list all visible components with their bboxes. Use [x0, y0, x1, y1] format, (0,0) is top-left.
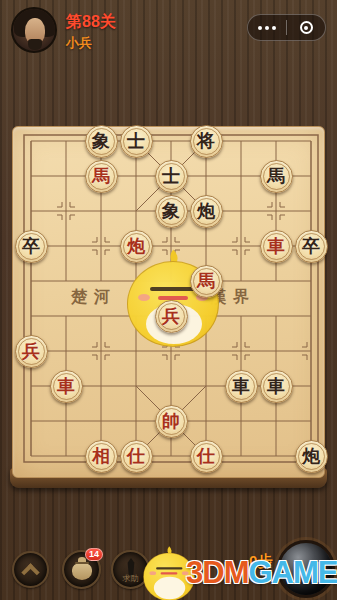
piece-black[interactable]: 車: [225, 370, 258, 403]
piece-black[interactable]: 象: [155, 195, 188, 228]
avatar[interactable]: [11, 7, 57, 53]
items-bag-button[interactable]: 14: [62, 550, 101, 589]
mascot-blush-left: [149, 571, 156, 575]
piece-black[interactable]: 炮: [295, 440, 328, 473]
level-title: 第88关: [66, 12, 116, 33]
more-options-icon[interactable]: [248, 15, 286, 40]
logo-game: GAME: [248, 555, 337, 590]
piece-black[interactable]: 馬: [260, 160, 293, 193]
expand-button[interactable]: [12, 551, 49, 588]
3dmgame-watermark: 3DMGAME: [186, 555, 337, 591]
piece-red[interactable]: 相: [85, 440, 118, 473]
mascot-belly: [154, 577, 185, 599]
piece-black[interactable]: 炮: [190, 195, 223, 228]
piece-red[interactable]: 仕: [190, 440, 223, 473]
piece-red[interactable]: 仕: [120, 440, 153, 473]
piece-red[interactable]: 兵: [15, 335, 48, 368]
avatar-beard: [28, 39, 42, 50]
xiangqi-board[interactable]: 楚河 漢界 象士将馬士馬象炮卒炮車卒馬兵兵車車車帥相仕仕炮: [12, 126, 325, 478]
mascot-eyes: [156, 567, 182, 569]
piece-red[interactable]: 兵: [155, 300, 188, 333]
pieces-layer: 象士将馬士馬象炮卒炮車卒馬兵兵車車車帥相仕仕炮: [13, 127, 324, 477]
mascot-mouth: [161, 572, 178, 574]
piece-red[interactable]: 馬: [85, 160, 118, 193]
piece-black[interactable]: 車: [260, 370, 293, 403]
piece-black[interactable]: 卒: [15, 230, 48, 263]
badge-count: 14: [85, 548, 103, 561]
app-screen: 第88关 小兵 楚河 漢界 象士将馬士馬象炮卒炮車卒馬兵兵車車車帥相仕仕炮 14…: [0, 0, 337, 600]
piece-black[interactable]: 士: [155, 160, 188, 193]
piece-red[interactable]: 車: [260, 230, 293, 263]
player-name: 小兵: [66, 34, 92, 52]
piece-black[interactable]: 士: [120, 125, 153, 158]
chevron-up-icon: [21, 563, 39, 581]
piece-red[interactable]: 炮: [120, 230, 153, 263]
piece-black[interactable]: 象: [85, 125, 118, 158]
logo-3dm: 3DM: [186, 555, 248, 590]
piece-red[interactable]: 車: [50, 370, 83, 403]
exit-target-icon[interactable]: [287, 15, 325, 40]
piece-black[interactable]: 将: [190, 125, 223, 158]
wechat-capsule: [247, 14, 326, 41]
piece-black[interactable]: 卒: [295, 230, 328, 263]
money-bag-icon: [72, 563, 92, 580]
piece-red[interactable]: 帥: [155, 405, 188, 438]
piece-red[interactable]: 馬: [190, 265, 223, 298]
